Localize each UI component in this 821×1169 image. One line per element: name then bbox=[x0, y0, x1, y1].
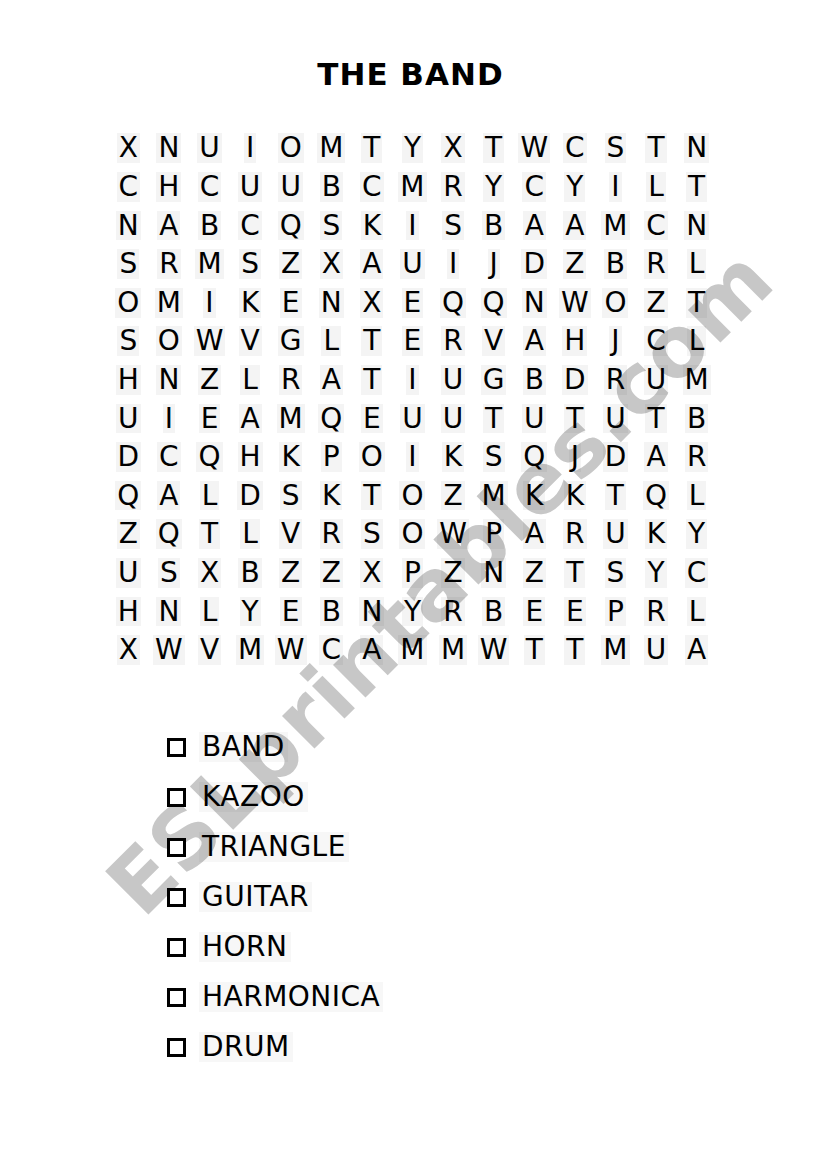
grid-cell: L bbox=[189, 592, 230, 631]
grid-letter: Y bbox=[240, 597, 261, 627]
grid-cell: X bbox=[108, 631, 149, 670]
grid-letter: K bbox=[442, 442, 464, 472]
grid-cell: A bbox=[352, 245, 393, 284]
grid-letter: R bbox=[685, 442, 708, 472]
grid-letter: Q bbox=[440, 288, 466, 318]
grid-cell: E bbox=[270, 283, 311, 322]
grid-cell: V bbox=[270, 515, 311, 554]
grid-letter: R bbox=[604, 365, 627, 395]
grid-cell: U bbox=[270, 168, 311, 207]
grid-letter: P bbox=[321, 442, 342, 472]
grid-letter: U bbox=[116, 558, 141, 588]
checkbox-icon bbox=[167, 988, 186, 1007]
grid-letter: N bbox=[522, 288, 547, 318]
grid-cell: U bbox=[392, 245, 433, 284]
grid-letter: K bbox=[279, 442, 301, 472]
grid-letter: Q bbox=[156, 519, 182, 549]
grid-letter: X bbox=[117, 635, 140, 665]
grid-letter: L bbox=[687, 481, 707, 511]
grid-letter: Z bbox=[117, 519, 140, 549]
grid-cell: T bbox=[555, 554, 596, 593]
grid-letter: A bbox=[320, 365, 343, 395]
grid-cell: Z bbox=[514, 554, 555, 593]
grid-cell: R bbox=[676, 438, 717, 477]
grid-cell: Z bbox=[433, 554, 474, 593]
grid-cell: P bbox=[595, 592, 636, 631]
grid-cell: N bbox=[149, 361, 190, 400]
grid-letter: T bbox=[483, 133, 504, 163]
grid-letter: I bbox=[406, 365, 418, 395]
grid-cell: T bbox=[636, 129, 677, 168]
grid-letter: C bbox=[644, 211, 668, 241]
grid-letter: P bbox=[483, 519, 504, 549]
grid-cell: O bbox=[392, 515, 433, 554]
grid-letter: D bbox=[562, 365, 588, 395]
grid-letter: Z bbox=[523, 558, 546, 588]
grid-letter: U bbox=[441, 404, 466, 434]
grid-letter: D bbox=[603, 442, 629, 472]
grid-letter: X bbox=[360, 288, 383, 318]
grid-cell: B bbox=[311, 592, 352, 631]
grid-letter: M bbox=[601, 635, 629, 665]
grid-cell: U bbox=[392, 399, 433, 438]
grid-cell: M bbox=[392, 168, 433, 207]
grid-cell: T bbox=[595, 476, 636, 515]
grid-letter: N bbox=[156, 597, 181, 627]
grid-letter: A bbox=[360, 249, 383, 279]
grid-letter: O bbox=[156, 326, 182, 356]
grid-cell: A bbox=[311, 361, 352, 400]
grid-letter: Q bbox=[278, 211, 304, 241]
grid-letter: N bbox=[684, 133, 709, 163]
grid-cell: R bbox=[595, 361, 636, 400]
grid-letter: K bbox=[320, 481, 342, 511]
grid-letter: A bbox=[644, 442, 667, 472]
grid-cell: B bbox=[230, 554, 271, 593]
grid-cell: S bbox=[473, 438, 514, 477]
grid-letter: O bbox=[115, 288, 141, 318]
grid-letter: E bbox=[523, 597, 545, 627]
grid-cell: T bbox=[514, 631, 555, 670]
grid-cell: P bbox=[473, 515, 514, 554]
grid-cell: L bbox=[676, 322, 717, 361]
grid-cell: B bbox=[676, 399, 717, 438]
word-list-item: BAND bbox=[167, 722, 383, 772]
grid-cell: W bbox=[555, 283, 596, 322]
grid-letter: M bbox=[317, 133, 345, 163]
grid-letter: A bbox=[523, 519, 546, 549]
grid-cell: A bbox=[514, 206, 555, 245]
grid-cell: A bbox=[149, 476, 190, 515]
grid-letter: C bbox=[319, 635, 343, 665]
grid-cell: Z bbox=[433, 476, 474, 515]
grid-cell: V bbox=[230, 322, 271, 361]
grid-letter: Z bbox=[279, 249, 302, 279]
grid-letter: B bbox=[198, 211, 221, 241]
grid-cell: S bbox=[108, 245, 149, 284]
worksheet-page: ESLprintables.com THE BAND XNUIOMTYXTWCS… bbox=[0, 0, 821, 1169]
grid-letter: U bbox=[603, 404, 628, 434]
grid-letter: Q bbox=[521, 442, 547, 472]
grid-cell: M bbox=[595, 206, 636, 245]
grid-cell: S bbox=[352, 515, 393, 554]
grid-letter: T bbox=[483, 404, 504, 434]
grid-cell: X bbox=[433, 129, 474, 168]
grid-letter: M bbox=[398, 635, 426, 665]
grid-cell: S bbox=[230, 245, 271, 284]
grid-letter: C bbox=[198, 172, 222, 202]
grid-cell: T bbox=[473, 129, 514, 168]
grid-letter: X bbox=[360, 558, 383, 588]
grid-cell: X bbox=[189, 554, 230, 593]
grid-cell: U bbox=[595, 515, 636, 554]
grid-letter: S bbox=[117, 326, 139, 356]
grid-letter: R bbox=[563, 519, 586, 549]
grid-letter: P bbox=[402, 558, 423, 588]
grid-letter: E bbox=[280, 597, 302, 627]
grid-cell: S bbox=[270, 476, 311, 515]
grid-cell: C bbox=[555, 129, 596, 168]
grid-cell: T bbox=[352, 129, 393, 168]
grid-cell: R bbox=[433, 168, 474, 207]
grid-letter: Z bbox=[441, 481, 464, 511]
grid-cell: M bbox=[311, 129, 352, 168]
grid-letter: S bbox=[158, 558, 180, 588]
grid-letter: J bbox=[488, 249, 500, 279]
grid-cell: E bbox=[352, 399, 393, 438]
grid-letter: R bbox=[157, 249, 180, 279]
grid-letter: S bbox=[280, 481, 302, 511]
grid-cell: M bbox=[595, 631, 636, 670]
grid-letter: C bbox=[644, 326, 668, 356]
grid-cell: R bbox=[270, 361, 311, 400]
grid-cell: U bbox=[433, 399, 474, 438]
grid-cell: X bbox=[311, 245, 352, 284]
grid-cell: L bbox=[230, 515, 271, 554]
grid-letter: U bbox=[238, 172, 263, 202]
grid-letter: Z bbox=[320, 558, 343, 588]
grid-letter: H bbox=[116, 597, 141, 627]
grid-letter: M bbox=[236, 635, 264, 665]
grid-cell: B bbox=[189, 206, 230, 245]
grid-cell: P bbox=[392, 554, 433, 593]
grid-letter: L bbox=[200, 481, 220, 511]
grid-letter: B bbox=[685, 404, 708, 434]
grid-cell: T bbox=[676, 283, 717, 322]
grid-cell: I bbox=[189, 283, 230, 322]
grid-letter: B bbox=[320, 172, 343, 202]
grid-cell: C bbox=[108, 168, 149, 207]
grid-cell: R bbox=[311, 515, 352, 554]
grid-cell: K bbox=[433, 438, 474, 477]
grid-letter: E bbox=[402, 288, 424, 318]
grid-letter: S bbox=[239, 249, 261, 279]
grid-letter: Y bbox=[645, 558, 666, 588]
grid-letter: V bbox=[279, 519, 302, 549]
grid-cell: W bbox=[514, 129, 555, 168]
grid-letter: U bbox=[400, 249, 425, 279]
grid-cell: G bbox=[473, 361, 514, 400]
grid-cell: L bbox=[676, 245, 717, 284]
grid-cell: T bbox=[352, 361, 393, 400]
grid-cell: B bbox=[473, 592, 514, 631]
grid-cell: T bbox=[473, 399, 514, 438]
grid-letter: T bbox=[564, 635, 585, 665]
grid-cell: N bbox=[108, 206, 149, 245]
grid-cell: G bbox=[270, 322, 311, 361]
grid-letter: B bbox=[604, 249, 627, 279]
word-list-item: TRIANGLE bbox=[167, 822, 383, 872]
grid-letter: E bbox=[564, 597, 586, 627]
grid-letter: A bbox=[523, 326, 546, 356]
grid-cell: M bbox=[392, 631, 433, 670]
grid-letter: A bbox=[360, 635, 383, 665]
checkbox-icon bbox=[167, 938, 186, 957]
grid-cell: J bbox=[473, 245, 514, 284]
grid-letter: O bbox=[399, 519, 425, 549]
grid-letter: M bbox=[277, 404, 305, 434]
grid-cell: A bbox=[514, 515, 555, 554]
grid-letter: U bbox=[644, 635, 669, 665]
grid-cell: C bbox=[514, 168, 555, 207]
grid-cell: L bbox=[676, 592, 717, 631]
grid-cell: S bbox=[108, 322, 149, 361]
grid-letter: T bbox=[564, 404, 585, 434]
grid-letter: B bbox=[482, 211, 505, 241]
grid-cell: D bbox=[555, 361, 596, 400]
grid-letter: W bbox=[275, 635, 307, 665]
grid-cell: N bbox=[514, 283, 555, 322]
grid-letter: A bbox=[685, 635, 708, 665]
grid-letter: I bbox=[609, 172, 621, 202]
grid-cell: T bbox=[352, 322, 393, 361]
grid-letter: S bbox=[483, 442, 505, 472]
grid-cell: Q bbox=[433, 283, 474, 322]
grid-cell: U bbox=[514, 399, 555, 438]
grid-cell: Z bbox=[270, 554, 311, 593]
grid-cell: N bbox=[676, 129, 717, 168]
grid-letter: X bbox=[320, 249, 343, 279]
grid-letter: U bbox=[522, 404, 547, 434]
grid-letter: S bbox=[320, 211, 342, 241]
grid-cell: N bbox=[473, 554, 514, 593]
grid-cell: Z bbox=[270, 245, 311, 284]
grid-cell: M bbox=[230, 631, 271, 670]
page-title: THE BAND bbox=[0, 56, 821, 92]
grid-cell: L bbox=[636, 168, 677, 207]
word-label: BAND bbox=[199, 732, 288, 762]
grid-letter: J bbox=[569, 442, 581, 472]
grid-letter: B bbox=[523, 365, 546, 395]
grid-cell: J bbox=[595, 322, 636, 361]
grid-letter: U bbox=[278, 172, 303, 202]
word-list-item: KAZOO bbox=[167, 772, 383, 822]
grid-letter: A bbox=[523, 211, 546, 241]
grid-letter: C bbox=[685, 558, 709, 588]
grid-letter: Q bbox=[115, 481, 141, 511]
grid-letter: Y bbox=[402, 597, 423, 627]
grid-letter: T bbox=[605, 481, 626, 511]
grid-cell: H bbox=[555, 322, 596, 361]
grid-letter: C bbox=[360, 172, 384, 202]
grid-letter: N bbox=[156, 133, 181, 163]
grid-letter: I bbox=[244, 133, 256, 163]
grid-cell: Q bbox=[270, 206, 311, 245]
grid-letter: R bbox=[441, 326, 464, 356]
grid-letter: V bbox=[482, 326, 505, 356]
grid-letter: G bbox=[481, 365, 507, 395]
grid-letter: P bbox=[605, 597, 626, 627]
grid-cell: O bbox=[595, 283, 636, 322]
grid-cell: Y bbox=[555, 168, 596, 207]
grid-letter: X bbox=[441, 133, 464, 163]
grid-letter: N bbox=[319, 288, 344, 318]
grid-cell: M bbox=[270, 399, 311, 438]
grid-cell: W bbox=[270, 631, 311, 670]
grid-letter: C bbox=[157, 442, 181, 472]
grid-cell: C bbox=[636, 322, 677, 361]
grid-cell: O bbox=[270, 129, 311, 168]
grid-cell: W bbox=[149, 631, 190, 670]
grid-cell: U bbox=[433, 361, 474, 400]
checkbox-icon bbox=[167, 838, 186, 857]
grid-cell: O bbox=[149, 322, 190, 361]
grid-letter: T bbox=[645, 133, 666, 163]
grid-letter: S bbox=[442, 211, 464, 241]
grid-letter: Y bbox=[483, 172, 504, 202]
grid-cell: U bbox=[108, 399, 149, 438]
grid-cell: R bbox=[433, 592, 474, 631]
grid-letter: L bbox=[687, 597, 707, 627]
grid-cell: Q bbox=[149, 515, 190, 554]
grid-letter: M bbox=[480, 481, 508, 511]
grid-cell: S bbox=[595, 554, 636, 593]
word-list-item: DRUM bbox=[167, 1022, 383, 1072]
grid-letter: A bbox=[157, 211, 180, 241]
grid-cell: U bbox=[189, 129, 230, 168]
grid-cell: V bbox=[189, 631, 230, 670]
grid-cell: I bbox=[433, 245, 474, 284]
grid-cell: D bbox=[514, 245, 555, 284]
grid-letter: I bbox=[447, 249, 459, 279]
grid-cell: E bbox=[514, 592, 555, 631]
grid-cell: W bbox=[473, 631, 514, 670]
grid-cell: T bbox=[555, 399, 596, 438]
grid-cell: Q bbox=[514, 438, 555, 477]
grid-cell: X bbox=[352, 283, 393, 322]
grid-cell: H bbox=[230, 438, 271, 477]
grid-cell: O bbox=[108, 283, 149, 322]
grid-letter: Z bbox=[644, 288, 667, 318]
grid-letter: A bbox=[157, 481, 180, 511]
grid-cell: M bbox=[473, 476, 514, 515]
grid-letter: D bbox=[116, 442, 142, 472]
grid-letter: N bbox=[684, 211, 709, 241]
grid-cell: E bbox=[555, 592, 596, 631]
grid-cell: S bbox=[595, 129, 636, 168]
grid-cell: H bbox=[149, 168, 190, 207]
word-list: BANDKAZOOTRIANGLEGUITARHORNHARMONICADRUM bbox=[167, 722, 383, 1072]
grid-cell: Z bbox=[636, 283, 677, 322]
grid-letter: S bbox=[117, 249, 139, 279]
grid-cell: Y bbox=[392, 129, 433, 168]
grid-cell: Y bbox=[636, 554, 677, 593]
grid-cell: L bbox=[230, 361, 271, 400]
grid-cell: D bbox=[230, 476, 271, 515]
word-label: GUITAR bbox=[199, 882, 312, 912]
grid-letter: L bbox=[321, 326, 341, 356]
grid-cell: A bbox=[636, 438, 677, 477]
grid-cell: M bbox=[433, 631, 474, 670]
grid-letter: C bbox=[563, 133, 587, 163]
grid-letter: D bbox=[521, 249, 547, 279]
grid-letter: U bbox=[400, 404, 425, 434]
grid-cell: U bbox=[636, 631, 677, 670]
grid-letter: T bbox=[361, 365, 382, 395]
word-label: HARMONICA bbox=[199, 982, 383, 1012]
grid-cell: Q bbox=[636, 476, 677, 515]
grid-cell: X bbox=[108, 129, 149, 168]
grid-letter: N bbox=[481, 558, 506, 588]
grid-cell: X bbox=[352, 554, 393, 593]
grid-letter: O bbox=[278, 133, 304, 163]
grid-letter: N bbox=[156, 365, 181, 395]
grid-letter: N bbox=[116, 211, 141, 241]
grid-cell: U bbox=[108, 554, 149, 593]
grid-letter: E bbox=[361, 404, 383, 434]
grid-letter: O bbox=[359, 442, 385, 472]
grid-letter: M bbox=[155, 288, 183, 318]
grid-letter: T bbox=[686, 288, 707, 318]
grid-cell: C bbox=[230, 206, 271, 245]
grid-letter: G bbox=[278, 326, 304, 356]
grid-cell: K bbox=[555, 476, 596, 515]
grid-cell: A bbox=[555, 206, 596, 245]
grid-letter: Q bbox=[481, 288, 507, 318]
grid-letter: I bbox=[203, 288, 215, 318]
grid-letter: R bbox=[320, 519, 343, 549]
grid-cell: I bbox=[392, 206, 433, 245]
grid-letter: Q bbox=[643, 481, 669, 511]
grid-letter: E bbox=[280, 288, 302, 318]
grid-letter: M bbox=[195, 249, 223, 279]
grid-letter: L bbox=[687, 326, 707, 356]
grid-cell: Q bbox=[108, 476, 149, 515]
grid-letter: M bbox=[398, 172, 426, 202]
grid-letter: L bbox=[687, 249, 707, 279]
grid-cell: C bbox=[149, 438, 190, 477]
grid-letter: L bbox=[646, 172, 666, 202]
grid-letter: M bbox=[439, 635, 467, 665]
grid-letter: O bbox=[399, 481, 425, 511]
grid-letter: I bbox=[163, 404, 175, 434]
grid-letter: T bbox=[564, 558, 585, 588]
grid-cell: D bbox=[595, 438, 636, 477]
grid-cell: U bbox=[636, 361, 677, 400]
grid-letter: C bbox=[238, 211, 262, 241]
checkbox-icon bbox=[167, 738, 186, 757]
grid-letter: V bbox=[198, 635, 221, 665]
grid-letter: H bbox=[116, 365, 141, 395]
grid-cell: O bbox=[392, 476, 433, 515]
grid-letter: W bbox=[518, 133, 550, 163]
grid-cell: B bbox=[473, 206, 514, 245]
grid-cell: A bbox=[149, 206, 190, 245]
grid-letter: R bbox=[441, 172, 464, 202]
grid-cell: O bbox=[352, 438, 393, 477]
grid-letter: T bbox=[686, 172, 707, 202]
grid-cell: I bbox=[149, 399, 190, 438]
